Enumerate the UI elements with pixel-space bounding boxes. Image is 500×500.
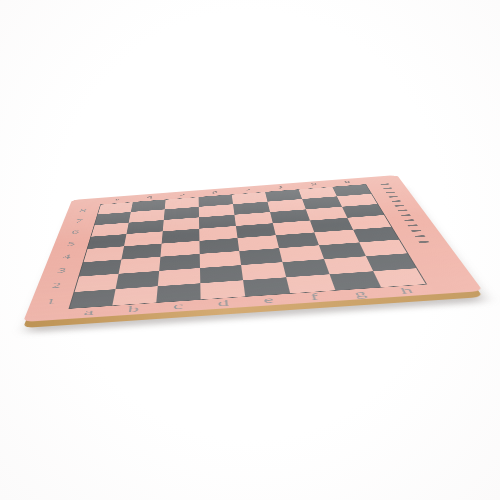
product-photo-scene: ————————————— abcdefghabcdefgh87654321	[0, 0, 500, 500]
square-e1	[243, 277, 290, 297]
square-c1	[156, 283, 200, 303]
square-g1	[330, 271, 382, 290]
square-f1	[286, 274, 335, 293]
square-a1	[68, 289, 115, 309]
square-b1	[112, 286, 158, 306]
right-edge-mark: —	[386, 192, 395, 194]
right-edge-mark: —	[411, 230, 422, 232]
rank-label-left-1: 1	[27, 292, 73, 312]
right-edge-mark: —	[404, 219, 414, 221]
right-edge-mark: —	[418, 241, 429, 243]
right-edge-mark: —	[415, 235, 426, 237]
right-edge-mark: —	[408, 224, 418, 226]
square-d1	[200, 280, 245, 300]
right-edge-mark: —	[380, 183, 389, 185]
right-edge-mark: —	[398, 209, 408, 211]
right-edge-mark: —	[395, 205, 405, 207]
right-edge-mark: —	[383, 187, 392, 189]
right-edge-mark: —	[401, 214, 411, 216]
right-edge-mark: —	[389, 196, 398, 198]
right-edge-mark: —	[392, 200, 401, 202]
square-h1	[373, 268, 427, 287]
